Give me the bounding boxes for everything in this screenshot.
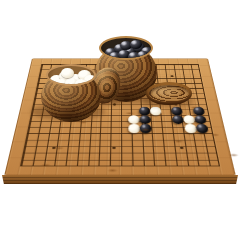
white-stone-R8[interactable]: [183, 115, 196, 124]
go-board-photo-scene: [0, 0, 240, 240]
white-stone-bowl[interactable]: [41, 64, 101, 122]
black-bowl-opening: [99, 36, 153, 60]
black-stone-N9[interactable]: [139, 107, 151, 115]
black-stone-in-bowl: [130, 40, 142, 49]
black-stone-N8[interactable]: [140, 115, 152, 124]
white-stone-O9[interactable]: [150, 107, 162, 115]
hoshi-point: [180, 146, 184, 149]
white-stone-R7[interactable]: [184, 124, 197, 133]
bamboo-mark: [190, 106, 199, 109]
black-stone-Q9[interactable]: [170, 107, 182, 115]
hoshi-point: [112, 146, 115, 149]
bamboo-mark: [107, 169, 117, 173]
white-stone-M8[interactable]: [129, 115, 141, 124]
flat-lid-inner-face: [149, 85, 189, 102]
bamboo-mark: [125, 112, 134, 115]
hoshi-point: [170, 75, 173, 77]
white-bowl-opening: [46, 64, 96, 86]
black-stone-Q8[interactable]: [171, 115, 183, 124]
white-stone-M7[interactable]: [129, 124, 141, 133]
bamboo-mark: [141, 128, 151, 131]
bamboo-mark: [210, 133, 220, 136]
bamboo-mark: [228, 153, 239, 157]
black-stone-S7[interactable]: [195, 124, 208, 133]
board-side-edge: [2, 175, 238, 184]
white-stone-in-bowl: [61, 68, 74, 78]
flat-bowl-lid[interactable]: [146, 82, 192, 105]
black-stone-S8[interactable]: [194, 115, 207, 124]
bamboo-mark: [174, 140, 184, 143]
